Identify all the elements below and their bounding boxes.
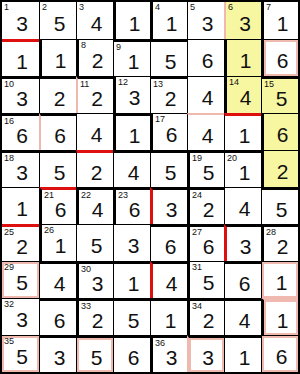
cell-value: 3 (13, 304, 28, 330)
cell-value: 6 (162, 231, 177, 257)
cell-value: 2 (162, 83, 177, 109)
cell-r2c2[interactable]: 112 (76, 76, 113, 113)
cell-r1c3[interactable]: 91 (113, 39, 150, 76)
cell-r1c4[interactable]: 5 (150, 39, 187, 76)
puzzle-grid: 1325341415363711182915616103211212313241… (0, 0, 300, 374)
clue-number: 23 (118, 190, 128, 200)
cell-r5c1[interactable]: 216 (39, 187, 76, 224)
cell-r0c3[interactable]: 1 (113, 2, 150, 39)
cell-r7c7[interactable]: 1 (261, 261, 298, 298)
cell-value: 3 (13, 157, 28, 183)
cell-r9c3[interactable]: 6 (113, 335, 150, 372)
cell-value: 1 (126, 120, 141, 146)
cell-value: 6 (273, 341, 288, 367)
cell-r6c2[interactable]: 5 (76, 224, 113, 261)
cell-r9c0[interactable]: 355 (2, 335, 39, 372)
cell-value: 4 (125, 157, 140, 183)
clue-number: 18 (4, 153, 14, 163)
cell-r5c5[interactable]: 242 (187, 187, 224, 224)
cell-r4c4[interactable]: 5 (150, 150, 187, 187)
cell-r4c5[interactable]: 195 (187, 150, 224, 187)
cell-r2c3[interactable]: 123 (113, 76, 150, 113)
cell-value: 5 (51, 8, 66, 34)
cell-value: 3 (13, 83, 28, 109)
cell-value: 2 (13, 231, 28, 257)
cell-r6c5[interactable]: 276 (187, 224, 224, 261)
cell-r9c7[interactable]: 6 (261, 335, 298, 372)
cell-r0c6[interactable]: 63 (224, 2, 261, 39)
cell-value: 4 (236, 305, 251, 331)
cell-value: 1 (163, 8, 178, 34)
cell-value: 3 (163, 194, 178, 220)
cell-r3c0[interactable]: 166 (2, 113, 39, 150)
clue-number: 16 (4, 116, 14, 126)
cell-value: 4 (163, 268, 178, 294)
cell-value: 3 (13, 8, 28, 34)
cell-value: 5 (88, 342, 103, 368)
clue-number: 11 (80, 79, 89, 89)
cell-value: 3 (51, 342, 66, 368)
clue-number: 24 (192, 190, 202, 200)
cell-value: 4 (199, 82, 214, 108)
cell-r4c1[interactable]: 5 (39, 150, 76, 187)
cell-value: 5 (13, 267, 28, 293)
cell-value: 2 (88, 83, 103, 109)
cell-r6c4[interactable]: 6 (150, 224, 187, 261)
cell-r1c1[interactable]: 1 (39, 39, 76, 76)
cell-value: 5 (162, 46, 177, 72)
cell-value: 4 (236, 193, 251, 219)
cell-r4c2[interactable]: 2 (76, 150, 113, 187)
cell-r0c4[interactable]: 41 (150, 2, 187, 39)
cell-value: 1 (125, 46, 140, 72)
cell-r8c1[interactable]: 6 (39, 298, 76, 335)
cell-value: 1 (125, 268, 140, 294)
clue-number: 2 (42, 2, 47, 12)
cell-r5c0[interactable]: 1 (2, 187, 39, 224)
cell-r5c3[interactable]: 236 (113, 187, 150, 224)
cell-r7c5[interactable]: 315 (187, 261, 224, 298)
clue-number: 3 (79, 2, 84, 12)
cell-value: 5 (88, 230, 103, 256)
cell-value: 6 (274, 45, 289, 71)
clue-number: 17 (155, 114, 165, 124)
cell-value: 4 (51, 268, 66, 294)
clue-number: 6 (228, 2, 233, 12)
clue-number: 13 (153, 79, 163, 89)
cell-r4c3[interactable]: 4 (113, 150, 150, 187)
cell-r9c5[interactable]: 3 (187, 335, 224, 372)
cell-r3c1[interactable]: 6 (39, 113, 76, 150)
cell-r7c0[interactable]: 295 (2, 261, 39, 298)
clue-number: 19 (192, 153, 202, 163)
cell-r9c2[interactable]: 5 (76, 335, 113, 372)
clue-number: 30 (81, 264, 91, 274)
cell-value: 6 (274, 119, 289, 145)
cell-r0c0[interactable]: 13 (2, 2, 39, 39)
clue-number: 35 (4, 336, 14, 346)
cell-value: 5 (51, 157, 66, 183)
cell-value: 4 (88, 8, 103, 34)
cell-value: 6 (125, 342, 140, 368)
cell-value: 2 (89, 45, 104, 71)
cell-value: 6 (236, 268, 251, 294)
clue-number: 25 (4, 227, 14, 237)
clue-number: 26 (44, 225, 54, 235)
cell-r7c4[interactable]: 4 (150, 261, 187, 298)
clue-number: 8 (81, 40, 86, 50)
cell-r3c2[interactable]: 4 (76, 113, 113, 150)
cell-value: 4 (199, 120, 214, 146)
cell-r3c4[interactable]: 176 (150, 113, 187, 150)
cell-r2c5[interactable]: 4 (187, 76, 224, 113)
cell-value: 1 (52, 45, 67, 71)
cell-value: 1 (13, 193, 28, 219)
cell-value: 1 (274, 8, 289, 34)
clue-number: 36 (155, 338, 165, 348)
cell-r9c1[interactable]: 3 (39, 335, 76, 372)
cell-r2c4[interactable]: 132 (150, 76, 187, 113)
cell-value: 2 (274, 156, 289, 182)
cell-r4c6[interactable]: 201 (224, 150, 261, 187)
cell-r8c5[interactable]: 342 (187, 298, 224, 335)
clue-number: 15 (264, 79, 274, 89)
cell-r6c3[interactable]: 3 (113, 224, 150, 261)
cell-value: 3 (236, 8, 251, 34)
cell-r1c6[interactable]: 1 (224, 39, 261, 76)
cell-r0c1[interactable]: 25 (39, 2, 76, 39)
clue-number: 22 (81, 190, 91, 200)
clue-number: 20 (227, 153, 237, 163)
cell-value: 1 (162, 305, 177, 331)
cell-value: 6 (13, 120, 28, 146)
cell-r2c0[interactable]: 103 (2, 76, 39, 113)
clue-number: 34 (192, 301, 202, 311)
cell-r1c7[interactable]: 6 (261, 39, 298, 76)
cell-r8c4[interactable]: 1 (150, 298, 187, 335)
clue-number: 7 (266, 2, 271, 12)
cell-value: 1 (274, 305, 289, 331)
cell-r3c6[interactable]: 1 (224, 113, 261, 150)
cell-r1c0[interactable]: 1 (2, 39, 39, 76)
cell-value: 6 (51, 305, 66, 331)
cell-r6c7[interactable]: 282 (261, 224, 298, 261)
cell-r7c1[interactable]: 4 (39, 261, 76, 298)
cell-value: 5 (13, 341, 28, 367)
cell-value: 3 (199, 342, 214, 368)
cell-r8c0[interactable]: 323 (2, 298, 39, 335)
cell-value: 5 (125, 305, 140, 331)
cell-r9c4[interactable]: 363 (150, 335, 187, 372)
clue-number: 27 (192, 227, 202, 237)
cell-value: 1 (13, 46, 28, 72)
clue-number: 4 (155, 2, 160, 12)
cell-r9c6[interactable]: 1 (224, 335, 261, 372)
clue-number: 33 (81, 301, 91, 311)
cell-r3c3[interactable]: 1 (113, 113, 150, 150)
cell-r0c5[interactable]: 53 (187, 2, 224, 39)
cell-r2c1[interactable]: 2 (39, 76, 76, 113)
cell-r7c6[interactable]: 6 (224, 261, 261, 298)
clue-number: 31 (192, 262, 202, 272)
clue-number: 9 (116, 42, 121, 52)
cell-r8c2[interactable]: 332 (76, 298, 113, 335)
cell-value: 5 (273, 194, 288, 220)
cell-r1c2[interactable]: 82 (76, 39, 113, 76)
cell-value: 5 (162, 157, 177, 183)
cell-value: 1 (236, 157, 251, 183)
cell-r5c7[interactable]: 5 (261, 187, 298, 224)
cell-r4c0[interactable]: 183 (2, 150, 39, 187)
cell-value: 4 (88, 119, 103, 145)
cell-value: 1 (236, 342, 251, 368)
cell-value: 5 (273, 83, 288, 109)
clue-number: 32 (4, 299, 14, 309)
cell-value: 1 (126, 8, 141, 34)
clue-number: 5 (190, 2, 195, 12)
cell-value: 1 (236, 120, 251, 146)
cell-r2c6[interactable]: 144 (224, 76, 261, 113)
cell-r7c2[interactable]: 303 (76, 261, 113, 298)
cell-value: 2 (88, 157, 103, 183)
cell-value: 3 (199, 8, 214, 34)
cell-r6c0[interactable]: 252 (2, 224, 39, 261)
cell-r5c4[interactable]: 3 (150, 187, 187, 224)
cell-value: 6 (199, 45, 214, 71)
cell-value: 2 (51, 83, 66, 109)
clue-number: 21 (44, 190, 54, 200)
cell-r4c7[interactable]: 2 (261, 150, 298, 187)
cell-r1c5[interactable]: 6 (187, 39, 224, 76)
cell-r3c5[interactable]: 4 (187, 113, 224, 150)
cell-r2c7[interactable]: 155 (261, 76, 298, 113)
clue-number: 1 (4, 2, 9, 12)
cell-r6c1[interactable]: 261 (39, 224, 76, 261)
cell-value: 1 (273, 267, 288, 293)
cell-r0c7[interactable]: 71 (261, 2, 298, 39)
cell-value: 1 (237, 45, 252, 71)
clue-number: 10 (4, 79, 14, 89)
cell-r7c3[interactable]: 1 (113, 261, 150, 298)
cell-value: 3 (237, 231, 252, 257)
cell-r8c7[interactable]: 1 (261, 298, 298, 335)
clue-number: 12 (118, 77, 128, 87)
cell-r5c6[interactable]: 4 (224, 187, 261, 224)
cell-value: 6 (51, 120, 66, 146)
clue-number: 14 (229, 77, 239, 87)
cell-value: 3 (125, 230, 140, 256)
cell-r6c6[interactable]: 3 (224, 224, 261, 261)
cell-r8c6[interactable]: 4 (224, 298, 261, 335)
cell-r0c2[interactable]: 34 (76, 2, 113, 39)
clue-number: 28 (266, 227, 276, 237)
cell-r3c7[interactable]: 6 (261, 113, 298, 150)
cell-r8c3[interactable]: 5 (113, 298, 150, 335)
cell-r5c2[interactable]: 224 (76, 187, 113, 224)
clue-number: 29 (4, 262, 14, 272)
